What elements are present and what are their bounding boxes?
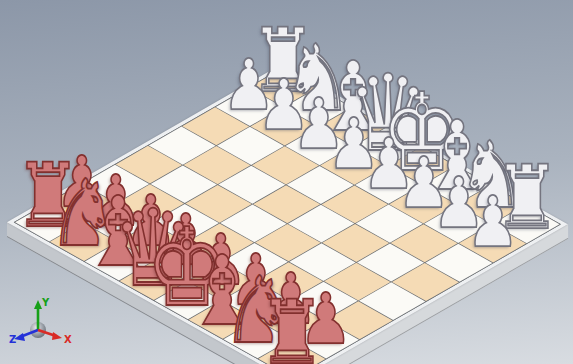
cad-viewport: ♜♞♝♛♚♝♞♜♟♟♟♟♟♟♟♟♜♞♝♛♚♝♞♜♟♟♟♟♟♟♟♟ Y Z X <box>0 0 573 364</box>
y-axis-arrowhead <box>34 300 42 309</box>
axis-triad: Y Z X <box>8 294 82 358</box>
piece-white-pawn[interactable]: ♟ <box>467 187 520 257</box>
piece-red-rook[interactable]: ♜ <box>259 289 326 364</box>
z-axis-label: Z <box>9 334 16 345</box>
x-axis-arrowhead <box>52 332 62 340</box>
x-axis-label: X <box>64 334 72 345</box>
y-axis-label: Y <box>41 297 50 308</box>
